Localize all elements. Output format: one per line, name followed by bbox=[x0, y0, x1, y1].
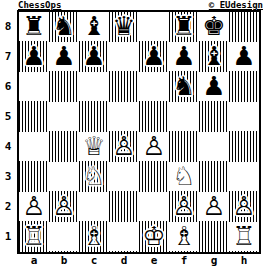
white-knight: ♘ bbox=[169, 162, 199, 192]
file-label-d: d bbox=[109, 254, 139, 267]
square-g6[interactable]: ♟ bbox=[199, 72, 229, 102]
square-c1[interactable]: ♗ bbox=[79, 222, 109, 252]
chess-board: ♜♞♝♛♜♚♟♟♟♟♟♝♟♞♟♕♙♙♘♘♙♙♙♙♙♖♗♔♗♖ bbox=[17, 10, 261, 254]
black-knight: ♞ bbox=[49, 12, 79, 42]
file-label-h: h bbox=[229, 254, 259, 267]
square-d1[interactable] bbox=[109, 222, 139, 252]
square-c2[interactable] bbox=[79, 192, 109, 222]
square-h8[interactable] bbox=[229, 12, 259, 42]
black-pawn: ♟ bbox=[19, 42, 49, 72]
square-b8[interactable]: ♞ bbox=[49, 12, 79, 42]
file-label-c: c bbox=[79, 254, 109, 267]
white-bishop: ♗ bbox=[169, 222, 199, 252]
square-d7[interactable] bbox=[109, 42, 139, 72]
black-pawn: ♟ bbox=[229, 42, 259, 72]
white-rook: ♖ bbox=[19, 222, 49, 252]
square-f2[interactable]: ♙ bbox=[169, 192, 199, 222]
square-b2[interactable]: ♙ bbox=[49, 192, 79, 222]
white-pawn: ♙ bbox=[19, 192, 49, 222]
square-d5[interactable] bbox=[109, 102, 139, 132]
white-bishop: ♗ bbox=[79, 222, 109, 252]
white-pawn: ♙ bbox=[109, 132, 139, 162]
square-e4[interactable]: ♙ bbox=[139, 132, 169, 162]
black-rook: ♜ bbox=[169, 12, 199, 42]
square-f5[interactable] bbox=[169, 102, 199, 132]
rank-label-3: 3 bbox=[0, 162, 16, 192]
square-b7[interactable]: ♟ bbox=[49, 42, 79, 72]
square-f7[interactable]: ♟ bbox=[169, 42, 199, 72]
square-h6[interactable] bbox=[229, 72, 259, 102]
square-c5[interactable] bbox=[79, 102, 109, 132]
file-label-b: b bbox=[49, 254, 79, 267]
white-pawn: ♙ bbox=[169, 192, 199, 222]
white-knight: ♘ bbox=[79, 162, 109, 192]
white-rook: ♖ bbox=[229, 222, 259, 252]
square-e7[interactable]: ♟ bbox=[139, 42, 169, 72]
black-queen: ♛ bbox=[109, 12, 139, 42]
square-c8[interactable]: ♝ bbox=[79, 12, 109, 42]
square-h2[interactable]: ♙ bbox=[229, 192, 259, 222]
square-d3[interactable] bbox=[109, 162, 139, 192]
square-g4[interactable] bbox=[199, 132, 229, 162]
square-g7[interactable]: ♝ bbox=[199, 42, 229, 72]
rank-label-8: 8 bbox=[0, 12, 16, 42]
square-h7[interactable]: ♟ bbox=[229, 42, 259, 72]
black-bishop: ♝ bbox=[79, 12, 109, 42]
file-label-f: f bbox=[169, 254, 199, 267]
square-a2[interactable]: ♙ bbox=[19, 192, 49, 222]
chessops-diagram: ChessOps © EUdesign 87654321 ♜♞♝♛♜♚♟♟♟♟♟… bbox=[0, 0, 270, 270]
square-a5[interactable] bbox=[19, 102, 49, 132]
white-king: ♔ bbox=[139, 222, 169, 252]
square-a4[interactable] bbox=[19, 132, 49, 162]
square-c4[interactable]: ♕ bbox=[79, 132, 109, 162]
square-g3[interactable] bbox=[199, 162, 229, 192]
square-a7[interactable]: ♟ bbox=[19, 42, 49, 72]
square-b1[interactable] bbox=[49, 222, 79, 252]
square-f3[interactable]: ♘ bbox=[169, 162, 199, 192]
square-d2[interactable] bbox=[109, 192, 139, 222]
rank-label-2: 2 bbox=[0, 192, 16, 222]
square-c6[interactable] bbox=[79, 72, 109, 102]
square-h5[interactable] bbox=[229, 102, 259, 132]
white-pawn: ♙ bbox=[199, 192, 229, 222]
file-label-a: a bbox=[19, 254, 49, 267]
square-d8[interactable]: ♛ bbox=[109, 12, 139, 42]
black-bishop: ♝ bbox=[199, 42, 229, 72]
black-pawn: ♟ bbox=[139, 42, 169, 72]
square-a6[interactable] bbox=[19, 72, 49, 102]
square-e5[interactable] bbox=[139, 102, 169, 132]
rank-label-7: 7 bbox=[0, 42, 16, 72]
square-b4[interactable] bbox=[49, 132, 79, 162]
square-h3[interactable] bbox=[229, 162, 259, 192]
black-pawn: ♟ bbox=[49, 42, 79, 72]
rank-labels: 87654321 bbox=[0, 12, 16, 252]
square-h1[interactable]: ♖ bbox=[229, 222, 259, 252]
square-f4[interactable] bbox=[169, 132, 199, 162]
square-c7[interactable]: ♟ bbox=[79, 42, 109, 72]
file-labels: abcdefgh bbox=[19, 254, 259, 267]
white-pawn: ♙ bbox=[49, 192, 79, 222]
square-e1[interactable]: ♔ bbox=[139, 222, 169, 252]
black-pawn: ♟ bbox=[169, 42, 199, 72]
square-a1[interactable]: ♖ bbox=[19, 222, 49, 252]
square-e3[interactable] bbox=[139, 162, 169, 192]
square-a8[interactable]: ♜ bbox=[19, 12, 49, 42]
square-e8[interactable] bbox=[139, 12, 169, 42]
rank-label-6: 6 bbox=[0, 72, 16, 102]
square-h4[interactable] bbox=[229, 132, 259, 162]
square-e2[interactable] bbox=[139, 192, 169, 222]
square-f1[interactable]: ♗ bbox=[169, 222, 199, 252]
square-b3[interactable] bbox=[49, 162, 79, 192]
square-d6[interactable] bbox=[109, 72, 139, 102]
file-label-e: e bbox=[139, 254, 169, 267]
square-d4[interactable]: ♙ bbox=[109, 132, 139, 162]
square-f6[interactable]: ♞ bbox=[169, 72, 199, 102]
square-b5[interactable] bbox=[49, 102, 79, 132]
rank-label-1: 1 bbox=[0, 222, 16, 252]
black-pawn: ♟ bbox=[79, 42, 109, 72]
black-rook: ♜ bbox=[19, 12, 49, 42]
square-f8[interactable]: ♜ bbox=[169, 12, 199, 42]
square-c3[interactable]: ♘ bbox=[79, 162, 109, 192]
app-title: ChessOps bbox=[18, 0, 61, 10]
square-g5[interactable] bbox=[199, 102, 229, 132]
rank-label-5: 5 bbox=[0, 102, 16, 132]
black-pawn: ♟ bbox=[199, 72, 229, 102]
white-pawn: ♙ bbox=[139, 132, 169, 162]
square-e6[interactable] bbox=[139, 72, 169, 102]
white-pawn: ♙ bbox=[229, 192, 259, 222]
black-king: ♚ bbox=[199, 12, 229, 42]
square-a3[interactable] bbox=[19, 162, 49, 192]
file-label-g: g bbox=[199, 254, 229, 267]
credit: © EUdesign bbox=[209, 0, 263, 10]
square-g2[interactable]: ♙ bbox=[199, 192, 229, 222]
black-knight: ♞ bbox=[169, 72, 199, 102]
square-g8[interactable]: ♚ bbox=[199, 12, 229, 42]
square-b6[interactable] bbox=[49, 72, 79, 102]
square-g1[interactable] bbox=[199, 222, 229, 252]
white-queen: ♕ bbox=[79, 132, 109, 162]
rank-label-4: 4 bbox=[0, 132, 16, 162]
